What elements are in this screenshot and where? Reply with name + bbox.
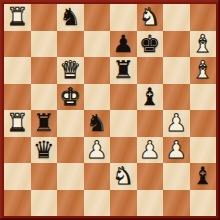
square-c6[interactable]: ♛: [57, 57, 84, 84]
square-a4[interactable]: ♜: [4, 110, 31, 137]
square-b1[interactable]: [31, 190, 58, 217]
square-d7[interactable]: [84, 31, 111, 58]
square-e2[interactable]: ♞: [110, 163, 137, 190]
square-g2[interactable]: [163, 163, 190, 190]
piece-white-knight[interactable]: ♞: [112, 164, 134, 188]
piece-white-knight[interactable]: ♞: [139, 5, 161, 29]
square-c8[interactable]: ♞: [57, 4, 84, 31]
piece-white-rook[interactable]: ♜: [6, 5, 28, 29]
square-b4[interactable]: ♜: [31, 110, 58, 137]
square-e6[interactable]: ♜: [110, 57, 137, 84]
square-d5[interactable]: [84, 84, 111, 111]
square-e5[interactable]: [110, 84, 137, 111]
piece-black-knight[interactable]: ♞: [86, 111, 108, 135]
square-a8[interactable]: ♜: [4, 4, 31, 31]
square-f3[interactable]: ♟: [137, 137, 164, 164]
square-b6[interactable]: [31, 57, 58, 84]
square-g5[interactable]: [163, 84, 190, 111]
square-b3[interactable]: ♛: [31, 137, 58, 164]
square-h4[interactable]: [190, 110, 217, 137]
square-g3[interactable]: ♟: [163, 137, 190, 164]
piece-black-king[interactable]: ♚: [139, 32, 161, 56]
square-g1[interactable]: [163, 190, 190, 217]
square-g8[interactable]: [163, 4, 190, 31]
square-f4[interactable]: [137, 110, 164, 137]
piece-black-bishop[interactable]: ♝: [139, 85, 161, 109]
square-f1[interactable]: [137, 190, 164, 217]
square-b2[interactable]: [31, 163, 58, 190]
square-c1[interactable]: [57, 190, 84, 217]
piece-black-rook[interactable]: ♜: [33, 111, 55, 135]
square-g7[interactable]: [163, 31, 190, 58]
square-a7[interactable]: [4, 31, 31, 58]
square-a5[interactable]: [4, 84, 31, 111]
square-g6[interactable]: [163, 57, 190, 84]
piece-black-pawn[interactable]: ♟: [112, 32, 134, 56]
square-d6[interactable]: [84, 57, 111, 84]
square-f5[interactable]: ♝: [137, 84, 164, 111]
square-c4[interactable]: [57, 110, 84, 137]
square-d8[interactable]: [84, 4, 111, 31]
square-d3[interactable]: ♟: [84, 137, 111, 164]
square-b8[interactable]: [31, 4, 58, 31]
piece-white-pawn[interactable]: ♟: [139, 138, 161, 162]
square-h8[interactable]: [190, 4, 217, 31]
piece-white-bishop[interactable]: ♝: [192, 58, 214, 82]
square-f6[interactable]: [137, 57, 164, 84]
chess-board: ♜♞♞♟♚♝♛♜♝♚♝♜♜♞♟♛♟♟♟♞♝: [4, 4, 216, 216]
piece-black-rook[interactable]: ♜: [112, 58, 134, 82]
piece-white-king[interactable]: ♚: [59, 85, 81, 109]
square-a6[interactable]: [4, 57, 31, 84]
square-d1[interactable]: [84, 190, 111, 217]
piece-white-bishop[interactable]: ♝: [192, 32, 214, 56]
piece-white-pawn[interactable]: ♟: [165, 111, 187, 135]
square-e1[interactable]: [110, 190, 137, 217]
square-h6[interactable]: ♝: [190, 57, 217, 84]
square-h2[interactable]: ♝: [190, 163, 217, 190]
square-f8[interactable]: ♞: [137, 4, 164, 31]
piece-white-pawn[interactable]: ♟: [165, 138, 187, 162]
piece-black-knight[interactable]: ♞: [59, 5, 81, 29]
square-c3[interactable]: [57, 137, 84, 164]
square-f2[interactable]: [137, 163, 164, 190]
piece-black-queen[interactable]: ♛: [33, 138, 55, 162]
square-d2[interactable]: [84, 163, 111, 190]
square-e3[interactable]: [110, 137, 137, 164]
square-g4[interactable]: ♟: [163, 110, 190, 137]
square-c5[interactable]: ♚: [57, 84, 84, 111]
square-a2[interactable]: [4, 163, 31, 190]
board-frame: ♜♞♞♟♚♝♛♜♝♚♝♜♜♞♟♛♟♟♟♞♝: [0, 0, 220, 220]
square-a3[interactable]: [4, 137, 31, 164]
square-b7[interactable]: [31, 31, 58, 58]
square-c7[interactable]: [57, 31, 84, 58]
square-c2[interactable]: [57, 163, 84, 190]
piece-black-bishop[interactable]: ♝: [192, 164, 214, 188]
square-a1[interactable]: [4, 190, 31, 217]
square-b5[interactable]: [31, 84, 58, 111]
square-e4[interactable]: [110, 110, 137, 137]
square-h1[interactable]: [190, 190, 217, 217]
square-h7[interactable]: ♝: [190, 31, 217, 58]
piece-white-queen[interactable]: ♛: [59, 58, 81, 82]
square-e7[interactable]: ♟: [110, 31, 137, 58]
square-d4[interactable]: ♞: [84, 110, 111, 137]
square-h5[interactable]: [190, 84, 217, 111]
square-e8[interactable]: [110, 4, 137, 31]
square-f7[interactable]: ♚: [137, 31, 164, 58]
piece-white-rook[interactable]: ♜: [6, 111, 28, 135]
piece-white-pawn[interactable]: ♟: [86, 138, 108, 162]
square-h3[interactable]: [190, 137, 217, 164]
